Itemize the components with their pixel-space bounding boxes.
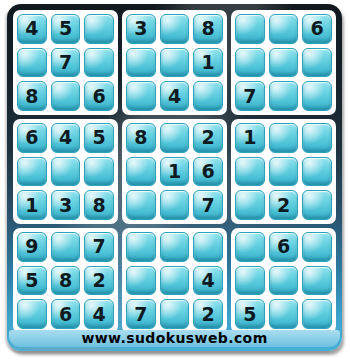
cell-r1c3[interactable] [84, 14, 114, 44]
cell-r7c7[interactable] [235, 232, 265, 262]
cell-r2c4[interactable] [126, 48, 156, 78]
cell-r4c7: 1 [235, 123, 265, 153]
cell-r7c5[interactable] [160, 232, 190, 262]
cell-r9c3: 4 [84, 299, 114, 329]
cell-r8c1: 5 [17, 266, 47, 296]
cell-r9c5[interactable] [160, 299, 190, 329]
cell-r3c7: 7 [235, 81, 265, 111]
cell-r7c4[interactable] [126, 232, 156, 262]
cell-r4c6: 2 [193, 123, 223, 153]
cell-r8c9[interactable] [302, 266, 332, 296]
box-2: 3814 [122, 10, 227, 115]
cell-r3c3: 6 [84, 81, 114, 111]
cell-r7c6[interactable] [193, 232, 223, 262]
cell-r8c7[interactable] [235, 266, 265, 296]
cell-r1c7[interactable] [235, 14, 265, 44]
cell-r3c6[interactable] [193, 81, 223, 111]
cell-r4c2: 4 [51, 123, 81, 153]
cell-r3c4[interactable] [126, 81, 156, 111]
cell-r5c2[interactable] [51, 157, 81, 187]
box-9: 65 [231, 228, 336, 333]
cell-r5c9[interactable] [302, 157, 332, 187]
cell-r1c2: 5 [51, 14, 81, 44]
website-caption: www.sudokusweb.com [9, 330, 340, 347]
cell-r4c8[interactable] [269, 123, 299, 153]
cell-r6c2: 3 [51, 190, 81, 220]
puzzle-frame: 457863814676451388216712975826447265 www… [7, 4, 342, 351]
cell-r1c4: 3 [126, 14, 156, 44]
cell-r3c8[interactable] [269, 81, 299, 111]
cell-r6c6: 7 [193, 190, 223, 220]
cell-r2c2: 7 [51, 48, 81, 78]
cell-r9c7: 5 [235, 299, 265, 329]
cell-r5c5: 1 [160, 157, 190, 187]
box-3: 67 [231, 10, 336, 115]
cell-r8c4[interactable] [126, 266, 156, 296]
cell-r2c6: 1 [193, 48, 223, 78]
cell-r6c7[interactable] [235, 190, 265, 220]
sudoku-page: { "game": "sudoku", "position": "45.3.8.… [0, 0, 350, 360]
cell-r9c1[interactable] [17, 299, 47, 329]
box-5: 82167 [122, 119, 227, 224]
cell-r2c9[interactable] [302, 48, 332, 78]
cell-r2c3[interactable] [84, 48, 114, 78]
cell-r1c9: 6 [302, 14, 332, 44]
cell-r9c8[interactable] [269, 299, 299, 329]
cell-r3c1: 8 [17, 81, 47, 111]
cell-r6c3: 8 [84, 190, 114, 220]
cell-r5c1[interactable] [17, 157, 47, 187]
cell-r5c4[interactable] [126, 157, 156, 187]
sudoku-board: 457863814676451388216712975826447265 [13, 10, 336, 333]
cell-r1c8[interactable] [269, 14, 299, 44]
cell-r9c6: 2 [193, 299, 223, 329]
cell-r9c9[interactable] [302, 299, 332, 329]
cell-r5c6: 6 [193, 157, 223, 187]
cell-r6c8: 2 [269, 190, 299, 220]
cell-r7c2[interactable] [51, 232, 81, 262]
cell-r6c4[interactable] [126, 190, 156, 220]
cell-r7c8: 6 [269, 232, 299, 262]
cell-r2c7[interactable] [235, 48, 265, 78]
cell-r5c7[interactable] [235, 157, 265, 187]
cell-r8c6: 4 [193, 266, 223, 296]
cell-r8c2: 8 [51, 266, 81, 296]
cell-r1c1: 4 [17, 14, 47, 44]
cell-r6c1: 1 [17, 190, 47, 220]
cell-r8c3: 2 [84, 266, 114, 296]
cell-r5c8[interactable] [269, 157, 299, 187]
cell-r3c9[interactable] [302, 81, 332, 111]
cell-r1c6: 8 [193, 14, 223, 44]
cell-r2c8[interactable] [269, 48, 299, 78]
cell-r3c5: 4 [160, 81, 190, 111]
cell-r3c2[interactable] [51, 81, 81, 111]
cell-r2c1[interactable] [17, 48, 47, 78]
box-7: 9758264 [13, 228, 118, 333]
cell-r2c5[interactable] [160, 48, 190, 78]
cell-r4c9[interactable] [302, 123, 332, 153]
cell-r4c5[interactable] [160, 123, 190, 153]
cell-r7c3: 7 [84, 232, 114, 262]
box-1: 45786 [13, 10, 118, 115]
cell-r4c3: 5 [84, 123, 114, 153]
cell-r4c1: 6 [17, 123, 47, 153]
box-8: 472 [122, 228, 227, 333]
cell-r4c4: 8 [126, 123, 156, 153]
cell-r8c5[interactable] [160, 266, 190, 296]
box-6: 12 [231, 119, 336, 224]
cell-r8c8[interactable] [269, 266, 299, 296]
cell-r9c4: 7 [126, 299, 156, 329]
cell-r7c9[interactable] [302, 232, 332, 262]
cell-r1c5[interactable] [160, 14, 190, 44]
cell-r6c9[interactable] [302, 190, 332, 220]
cell-r5c3[interactable] [84, 157, 114, 187]
cell-r7c1: 9 [17, 232, 47, 262]
cell-r9c2: 6 [51, 299, 81, 329]
box-4: 645138 [13, 119, 118, 224]
cell-r6c5[interactable] [160, 190, 190, 220]
